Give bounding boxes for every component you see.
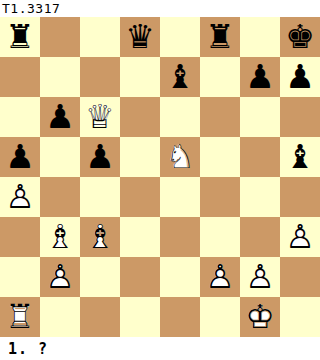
square-c8[interactable] [80, 17, 120, 57]
puzzle-screen: T1.3317 ♜♛♜♚♝♟♟♟♛♕♟♟♞♘♝♟♙♝♗♝♗♟♙♟♙♟♙♟♙♜♖♚… [0, 0, 320, 360]
square-h3[interactable]: ♟♙ [280, 217, 320, 257]
square-f5[interactable] [200, 137, 240, 177]
piece-black-pawn: ♟ [240, 57, 280, 97]
square-f2[interactable]: ♟♙ [200, 257, 240, 297]
piece-black-rook: ♜ [0, 17, 40, 57]
square-f8[interactable]: ♜ [200, 17, 240, 57]
square-a4[interactable]: ♟♙ [0, 177, 40, 217]
square-e6[interactable] [160, 97, 200, 137]
square-b5[interactable] [40, 137, 80, 177]
square-g6[interactable] [240, 97, 280, 137]
square-g4[interactable] [240, 177, 280, 217]
square-g3[interactable] [240, 217, 280, 257]
square-d3[interactable] [120, 217, 160, 257]
square-b8[interactable] [40, 17, 80, 57]
square-e3[interactable] [160, 217, 200, 257]
square-e8[interactable] [160, 17, 200, 57]
square-h2[interactable] [280, 257, 320, 297]
square-a3[interactable] [0, 217, 40, 257]
square-b6[interactable]: ♟ [40, 97, 80, 137]
piece-black-king: ♚ [280, 17, 320, 57]
piece-black-pawn: ♟ [40, 97, 80, 137]
square-f7[interactable] [200, 57, 240, 97]
square-h7[interactable]: ♟ [280, 57, 320, 97]
square-e7[interactable]: ♝ [160, 57, 200, 97]
square-d2[interactable] [120, 257, 160, 297]
square-g7[interactable]: ♟ [240, 57, 280, 97]
square-e5[interactable]: ♞♘ [160, 137, 200, 177]
piece-white-bishop: ♝♗ [40, 217, 80, 257]
piece-black-pawn: ♟ [0, 137, 40, 177]
square-c3[interactable]: ♝♗ [80, 217, 120, 257]
square-c7[interactable] [80, 57, 120, 97]
square-h6[interactable] [280, 97, 320, 137]
piece-white-knight: ♞♘ [160, 137, 200, 177]
square-f1[interactable] [200, 297, 240, 337]
status-bar: 1. ? [0, 337, 320, 360]
piece-black-queen: ♛ [120, 17, 160, 57]
move-prompt-label: 1. ? [8, 340, 48, 358]
square-a7[interactable] [0, 57, 40, 97]
square-a8[interactable]: ♜ [0, 17, 40, 57]
piece-black-bishop: ♝ [280, 137, 320, 177]
square-d1[interactable] [120, 297, 160, 337]
square-g5[interactable] [240, 137, 280, 177]
square-c5[interactable]: ♟ [80, 137, 120, 177]
square-d5[interactable] [120, 137, 160, 177]
piece-black-pawn: ♟ [80, 137, 120, 177]
piece-black-bishop: ♝ [160, 57, 200, 97]
chess-board: ♜♛♜♚♝♟♟♟♛♕♟♟♞♘♝♟♙♝♗♝♗♟♙♟♙♟♙♟♙♜♖♚♔ [0, 17, 320, 337]
puzzle-id-label: T1.3317 [0, 1, 60, 17]
square-c2[interactable] [80, 257, 120, 297]
square-e2[interactable] [160, 257, 200, 297]
square-h1[interactable] [280, 297, 320, 337]
square-h8[interactable]: ♚ [280, 17, 320, 57]
square-f3[interactable] [200, 217, 240, 257]
square-a5[interactable]: ♟ [0, 137, 40, 177]
square-g2[interactable]: ♟♙ [240, 257, 280, 297]
title-bar: T1.3317 [0, 0, 320, 17]
square-c1[interactable] [80, 297, 120, 337]
square-b1[interactable] [40, 297, 80, 337]
piece-white-king: ♚♔ [240, 297, 280, 337]
piece-white-pawn: ♟♙ [40, 257, 80, 297]
square-a6[interactable] [0, 97, 40, 137]
square-d6[interactable] [120, 97, 160, 137]
piece-white-rook: ♜♖ [0, 297, 40, 337]
piece-white-pawn: ♟♙ [0, 177, 40, 217]
square-d4[interactable] [120, 177, 160, 217]
square-a2[interactable] [0, 257, 40, 297]
square-g1[interactable]: ♚♔ [240, 297, 280, 337]
piece-white-pawn: ♟♙ [240, 257, 280, 297]
piece-white-bishop: ♝♗ [80, 217, 120, 257]
square-b7[interactable] [40, 57, 80, 97]
square-f4[interactable] [200, 177, 240, 217]
piece-black-pawn: ♟ [280, 57, 320, 97]
square-b4[interactable] [40, 177, 80, 217]
square-f6[interactable] [200, 97, 240, 137]
square-d8[interactable]: ♛ [120, 17, 160, 57]
piece-white-queen: ♛♕ [80, 97, 120, 137]
square-c4[interactable] [80, 177, 120, 217]
square-h4[interactable] [280, 177, 320, 217]
square-b3[interactable]: ♝♗ [40, 217, 80, 257]
square-b2[interactable]: ♟♙ [40, 257, 80, 297]
square-a1[interactable]: ♜♖ [0, 297, 40, 337]
piece-white-pawn: ♟♙ [280, 217, 320, 257]
piece-white-pawn: ♟♙ [200, 257, 240, 297]
square-c6[interactable]: ♛♕ [80, 97, 120, 137]
piece-black-rook: ♜ [200, 17, 240, 57]
square-h5[interactable]: ♝ [280, 137, 320, 177]
square-e4[interactable] [160, 177, 200, 217]
square-e1[interactable] [160, 297, 200, 337]
square-d7[interactable] [120, 57, 160, 97]
square-g8[interactable] [240, 17, 280, 57]
